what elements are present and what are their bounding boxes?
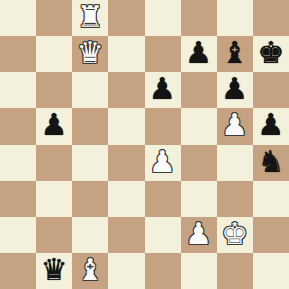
square-e7[interactable] bbox=[145, 36, 181, 72]
square-a2[interactable] bbox=[0, 217, 36, 253]
square-g8[interactable] bbox=[217, 0, 253, 36]
black-pawn-h5[interactable]: ♟ bbox=[257, 110, 284, 140]
black-king-h7[interactable]: ♚ bbox=[257, 38, 284, 68]
square-a5[interactable] bbox=[0, 108, 36, 144]
square-c2[interactable] bbox=[72, 217, 108, 253]
square-h2[interactable] bbox=[253, 217, 289, 253]
square-b6[interactable] bbox=[36, 72, 72, 108]
black-knight-h4[interactable]: ♞ bbox=[257, 147, 284, 177]
square-g5[interactable]: ♟ bbox=[217, 108, 253, 144]
white-pawn-f2[interactable]: ♟ bbox=[185, 219, 212, 249]
square-h4[interactable]: ♞ bbox=[253, 145, 289, 181]
square-g7[interactable]: ♝ bbox=[217, 36, 253, 72]
square-h6[interactable] bbox=[253, 72, 289, 108]
square-b8[interactable] bbox=[36, 0, 72, 36]
square-g3[interactable] bbox=[217, 181, 253, 217]
black-bishop-g7[interactable]: ♝ bbox=[221, 38, 248, 68]
square-g6[interactable]: ♟ bbox=[217, 72, 253, 108]
square-a3[interactable] bbox=[0, 181, 36, 217]
square-d3[interactable] bbox=[108, 181, 144, 217]
square-b2[interactable] bbox=[36, 217, 72, 253]
square-f7[interactable]: ♟ bbox=[181, 36, 217, 72]
white-pawn-g5[interactable]: ♟ bbox=[221, 110, 248, 140]
square-b1[interactable]: ♛ bbox=[36, 253, 72, 289]
square-h5[interactable]: ♟ bbox=[253, 108, 289, 144]
square-a6[interactable] bbox=[0, 72, 36, 108]
square-b4[interactable] bbox=[36, 145, 72, 181]
square-d2[interactable] bbox=[108, 217, 144, 253]
square-f2[interactable]: ♟ bbox=[181, 217, 217, 253]
square-f4[interactable] bbox=[181, 145, 217, 181]
square-c1[interactable]: ♝ bbox=[72, 253, 108, 289]
square-g4[interactable] bbox=[217, 145, 253, 181]
square-f8[interactable] bbox=[181, 0, 217, 36]
square-d4[interactable] bbox=[108, 145, 144, 181]
white-bishop-c1[interactable]: ♝ bbox=[77, 255, 104, 285]
square-h8[interactable] bbox=[253, 0, 289, 36]
square-a7[interactable] bbox=[0, 36, 36, 72]
square-c8[interactable]: ♜ bbox=[72, 0, 108, 36]
square-d5[interactable] bbox=[108, 108, 144, 144]
white-queen-c7[interactable]: ♛ bbox=[77, 38, 104, 68]
square-h3[interactable] bbox=[253, 181, 289, 217]
black-pawn-g6[interactable]: ♟ bbox=[221, 74, 248, 104]
white-king-g2[interactable]: ♚ bbox=[221, 219, 248, 249]
square-c7[interactable]: ♛ bbox=[72, 36, 108, 72]
square-c3[interactable] bbox=[72, 181, 108, 217]
square-f1[interactable] bbox=[181, 253, 217, 289]
square-g2[interactable]: ♚ bbox=[217, 217, 253, 253]
square-h1[interactable] bbox=[253, 253, 289, 289]
square-e1[interactable] bbox=[145, 253, 181, 289]
square-a8[interactable] bbox=[0, 0, 36, 36]
square-b3[interactable] bbox=[36, 181, 72, 217]
square-d8[interactable] bbox=[108, 0, 144, 36]
black-pawn-b5[interactable]: ♟ bbox=[41, 110, 68, 140]
white-pawn-e4[interactable]: ♟ bbox=[149, 147, 176, 177]
square-f5[interactable] bbox=[181, 108, 217, 144]
square-c5[interactable] bbox=[72, 108, 108, 144]
square-d1[interactable] bbox=[108, 253, 144, 289]
square-c4[interactable] bbox=[72, 145, 108, 181]
square-d7[interactable] bbox=[108, 36, 144, 72]
square-e3[interactable] bbox=[145, 181, 181, 217]
square-g1[interactable] bbox=[217, 253, 253, 289]
square-e4[interactable]: ♟ bbox=[145, 145, 181, 181]
black-pawn-f7[interactable]: ♟ bbox=[185, 38, 212, 68]
square-a1[interactable] bbox=[0, 253, 36, 289]
black-pawn-e6[interactable]: ♟ bbox=[149, 74, 176, 104]
square-d6[interactable] bbox=[108, 72, 144, 108]
square-b5[interactable]: ♟ bbox=[36, 108, 72, 144]
square-e5[interactable] bbox=[145, 108, 181, 144]
square-h7[interactable]: ♚ bbox=[253, 36, 289, 72]
square-e8[interactable] bbox=[145, 0, 181, 36]
square-b7[interactable] bbox=[36, 36, 72, 72]
black-queen-b1[interactable]: ♛ bbox=[41, 255, 68, 285]
square-a4[interactable] bbox=[0, 145, 36, 181]
square-f6[interactable] bbox=[181, 72, 217, 108]
square-e2[interactable] bbox=[145, 217, 181, 253]
square-e6[interactable]: ♟ bbox=[145, 72, 181, 108]
square-c6[interactable] bbox=[72, 72, 108, 108]
chess-board: ♜♛♟♝♚♟♟♟♟♟♟♞♟♚♛♝ bbox=[0, 0, 289, 289]
white-rook-c8[interactable]: ♜ bbox=[77, 2, 104, 32]
square-f3[interactable] bbox=[181, 181, 217, 217]
